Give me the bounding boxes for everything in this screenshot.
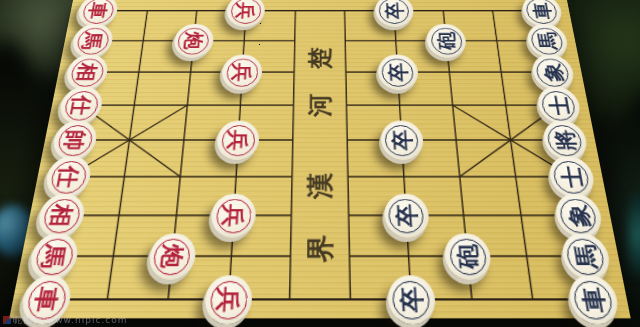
piece-character: 砲 [435, 32, 457, 50]
xiangqi-board: 楚河漢界車馬相仕帥仕相馬車炮炮兵兵兵兵兵卒卒卒卒卒砲砲車馬象士將士象馬車 [9, 0, 630, 318]
piece-character: 車 [531, 2, 554, 19]
piece-character: 馬 [536, 32, 560, 50]
piece-ring: 兵 [226, 58, 259, 86]
piece-ring: 兵 [230, 0, 261, 23]
piece-ring: 車 [572, 280, 616, 319]
piece-ring: 卒 [392, 280, 431, 319]
piece-character: 車 [87, 2, 110, 19]
piece-character: 砲 [455, 244, 481, 268]
piece-ring: 馬 [565, 238, 607, 274]
piece-ring: 兵 [221, 125, 256, 156]
teal-object-right-edge [628, 195, 640, 275]
piece-ring: 砲 [448, 238, 487, 274]
piece-ring: 卒 [381, 58, 414, 86]
piece-ring: 象 [558, 198, 599, 233]
piece-ring: 炮 [152, 238, 191, 274]
piece-character: 仕 [69, 95, 94, 115]
piece-ring: 帥 [56, 125, 95, 156]
watermark: 昵图网 www.nipic.com [3, 314, 127, 327]
piece-ring: 兵 [209, 280, 248, 319]
piece-character: 車 [579, 287, 608, 313]
piece-ring: 士 [540, 91, 577, 120]
piece-ring: 仕 [48, 161, 88, 194]
watermark-text: 昵图网 www.nipic.com [13, 315, 127, 325]
piece-character: 兵 [227, 130, 250, 151]
piece-ring: 仕 [62, 91, 99, 120]
piece-character: 卒 [387, 63, 409, 82]
piece-ring: 卒 [388, 198, 425, 233]
piece-ring: 馬 [530, 27, 565, 54]
piece-ring: 馬 [75, 27, 110, 54]
piece-character: 炮 [183, 32, 205, 50]
piece-ring: 卒 [378, 0, 409, 23]
piece-character: 卒 [398, 287, 424, 313]
piece-ring: 將 [546, 125, 585, 156]
river-label: 界 [301, 230, 338, 267]
piece-ring: 砲 [430, 27, 463, 54]
piece-ring: 相 [69, 58, 105, 86]
piece-character: 兵 [235, 2, 256, 19]
river-label: 河 [303, 90, 337, 120]
piece-character: 帥 [62, 130, 88, 151]
piece-character: 兵 [221, 204, 246, 227]
piece-character: 將 [552, 130, 578, 151]
piece-ring: 卒 [384, 125, 419, 156]
piece-ring: 車 [525, 0, 559, 23]
piece-ring: 象 [535, 58, 571, 86]
piece-character: 馬 [81, 32, 105, 50]
piece-character: 兵 [216, 287, 242, 313]
piece-character: 卒 [394, 204, 419, 227]
piece-character: 馬 [40, 244, 68, 268]
photo-scene: 楚河漢界車馬相仕帥仕相馬車炮炮兵兵兵兵兵卒卒卒卒卒砲砲車馬象士將士象馬車 昵图网… [0, 0, 640, 327]
piece-character: 相 [75, 63, 99, 82]
piece-character: 象 [565, 204, 592, 227]
piece-character: 兵 [231, 63, 253, 82]
piece-character: 炮 [159, 244, 185, 268]
piece-character: 士 [546, 95, 571, 115]
piece-character: 卒 [384, 2, 405, 19]
piece-ring: 炮 [177, 27, 210, 54]
piece-character: 仕 [55, 166, 81, 188]
watermark-logo-icon [3, 316, 11, 324]
piece-ring: 士 [552, 161, 592, 194]
piece-character: 車 [32, 287, 61, 313]
piece-character: 相 [48, 204, 75, 227]
piece-character: 士 [558, 166, 584, 188]
piece-ring: 相 [41, 198, 82, 233]
piece-ring: 車 [81, 0, 115, 23]
piece-character: 象 [541, 63, 565, 82]
piece-ring: 兵 [215, 198, 252, 233]
river-label: 漢 [302, 169, 338, 203]
piece-character: 馬 [572, 244, 600, 268]
river-label: 楚 [304, 44, 336, 72]
piece-character: 卒 [390, 130, 413, 151]
piece-ring: 馬 [33, 238, 75, 274]
